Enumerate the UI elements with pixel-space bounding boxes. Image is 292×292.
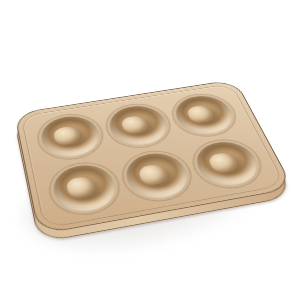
cavity-center-post (120, 114, 150, 134)
cavity-center-post (207, 151, 241, 174)
cavity-center-post (185, 104, 216, 124)
donut-cavity-r2c1 (49, 161, 121, 216)
donut-cavity-r1c2 (104, 102, 173, 148)
donut-cavity-r1c1 (37, 113, 104, 161)
cavity-center-post (52, 125, 82, 146)
donut-cavity-r2c2 (120, 149, 194, 202)
donut-cavity-r2c3 (190, 138, 266, 190)
cavity-center-post (137, 163, 170, 186)
cavity-center-post (65, 175, 97, 199)
donut-cavity-r1c3 (170, 92, 240, 137)
product-photo-stage (0, 0, 292, 292)
